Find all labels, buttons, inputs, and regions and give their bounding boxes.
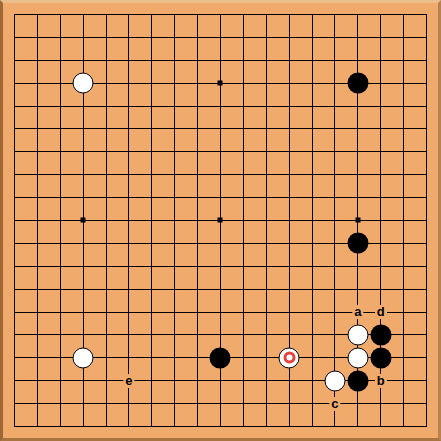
- intersection-18-8[interactable]: [392, 163, 415, 186]
- intersection-1-10[interactable]: [3, 209, 26, 232]
- intersection-17-8[interactable]: [369, 163, 392, 186]
- intersection-1-3[interactable]: [3, 49, 26, 72]
- intersection-6-11[interactable]: [117, 232, 140, 255]
- intersection-12-8[interactable]: [255, 163, 278, 186]
- intersection-4-10[interactable]: [72, 209, 95, 232]
- intersection-5-10[interactable]: [95, 209, 118, 232]
- intersection-7-4[interactable]: [140, 72, 163, 95]
- intersection-13-13[interactable]: [278, 278, 301, 301]
- intersection-7-3[interactable]: [140, 49, 163, 72]
- intersection-9-13[interactable]: [186, 278, 209, 301]
- intersection-3-4[interactable]: [49, 72, 72, 95]
- intersection-15-9[interactable]: [324, 186, 347, 209]
- intersection-11-5[interactable]: [232, 95, 255, 118]
- intersection-2-19[interactable]: [26, 415, 49, 438]
- intersection-3-3[interactable]: [49, 49, 72, 72]
- intersection-11-14[interactable]: [232, 301, 255, 324]
- intersection-6-1[interactable]: [117, 3, 140, 26]
- intersection-17-3[interactable]: [369, 49, 392, 72]
- intersection-7-1[interactable]: [140, 3, 163, 26]
- intersection-10-13[interactable]: [209, 278, 232, 301]
- intersection-8-4[interactable]: [163, 72, 186, 95]
- intersection-19-5[interactable]: [415, 95, 438, 118]
- intersection-7-5[interactable]: [140, 95, 163, 118]
- intersection-7-12[interactable]: [140, 255, 163, 278]
- intersection-13-6[interactable]: [278, 117, 301, 140]
- intersection-18-16[interactable]: [392, 346, 415, 369]
- intersection-1-17[interactable]: [3, 369, 26, 392]
- intersection-7-10[interactable]: [140, 209, 163, 232]
- intersection-8-9[interactable]: [163, 186, 186, 209]
- intersection-4-8[interactable]: [72, 163, 95, 186]
- intersection-4-18[interactable]: [72, 392, 95, 415]
- intersection-10-3[interactable]: [209, 49, 232, 72]
- intersection-3-12[interactable]: [49, 255, 72, 278]
- intersection-16-10[interactable]: [346, 209, 369, 232]
- intersection-5-2[interactable]: [95, 26, 118, 49]
- intersection-9-7[interactable]: [186, 140, 209, 163]
- intersection-7-15[interactable]: [140, 324, 163, 347]
- intersection-5-13[interactable]: [95, 278, 118, 301]
- intersection-9-17[interactable]: [186, 369, 209, 392]
- intersection-12-4[interactable]: [255, 72, 278, 95]
- intersection-11-8[interactable]: [232, 163, 255, 186]
- intersection-18-19[interactable]: [392, 415, 415, 438]
- intersection-2-12[interactable]: [26, 255, 49, 278]
- intersection-16-13[interactable]: [346, 278, 369, 301]
- intersection-1-4[interactable]: [3, 72, 26, 95]
- intersection-13-8[interactable]: [278, 163, 301, 186]
- intersection-6-5[interactable]: [117, 95, 140, 118]
- intersection-5-17[interactable]: [95, 369, 118, 392]
- intersection-12-17[interactable]: [255, 369, 278, 392]
- intersection-14-17[interactable]: [301, 369, 324, 392]
- intersection-13-3[interactable]: [278, 49, 301, 72]
- intersection-11-17[interactable]: [232, 369, 255, 392]
- intersection-13-12[interactable]: [278, 255, 301, 278]
- intersection-4-3[interactable]: [72, 49, 95, 72]
- intersection-15-17[interactable]: [324, 369, 347, 392]
- intersection-1-12[interactable]: [3, 255, 26, 278]
- intersection-17-16[interactable]: [369, 346, 392, 369]
- intersection-5-18[interactable]: [95, 392, 118, 415]
- intersection-6-13[interactable]: [117, 278, 140, 301]
- intersection-3-16[interactable]: [49, 346, 72, 369]
- intersection-12-1[interactable]: [255, 3, 278, 26]
- intersection-17-17[interactable]: b: [369, 369, 392, 392]
- intersection-15-14[interactable]: [324, 301, 347, 324]
- intersection-2-6[interactable]: [26, 117, 49, 140]
- intersection-15-1[interactable]: [324, 3, 347, 26]
- intersection-12-13[interactable]: [255, 278, 278, 301]
- intersection-10-14[interactable]: [209, 301, 232, 324]
- intersection-2-5[interactable]: [26, 95, 49, 118]
- intersection-17-14[interactable]: d: [369, 301, 392, 324]
- intersection-3-6[interactable]: [49, 117, 72, 140]
- intersection-2-3[interactable]: [26, 49, 49, 72]
- intersection-17-1[interactable]: [369, 3, 392, 26]
- intersection-5-8[interactable]: [95, 163, 118, 186]
- intersection-11-13[interactable]: [232, 278, 255, 301]
- intersection-12-12[interactable]: [255, 255, 278, 278]
- intersection-15-11[interactable]: [324, 232, 347, 255]
- intersection-3-7[interactable]: [49, 140, 72, 163]
- intersection-16-12[interactable]: [346, 255, 369, 278]
- intersection-5-6[interactable]: [95, 117, 118, 140]
- intersection-9-18[interactable]: [186, 392, 209, 415]
- intersection-9-19[interactable]: [186, 415, 209, 438]
- intersection-11-3[interactable]: [232, 49, 255, 72]
- intersection-2-15[interactable]: [26, 324, 49, 347]
- intersection-15-2[interactable]: [324, 26, 347, 49]
- intersection-16-19[interactable]: [346, 415, 369, 438]
- intersection-14-18[interactable]: [301, 392, 324, 415]
- intersection-9-4[interactable]: [186, 72, 209, 95]
- intersection-7-19[interactable]: [140, 415, 163, 438]
- intersection-7-2[interactable]: [140, 26, 163, 49]
- intersection-19-3[interactable]: [415, 49, 438, 72]
- intersection-15-10[interactable]: [324, 209, 347, 232]
- intersection-17-6[interactable]: [369, 117, 392, 140]
- intersection-8-13[interactable]: [163, 278, 186, 301]
- intersection-8-3[interactable]: [163, 49, 186, 72]
- intersection-17-10[interactable]: [369, 209, 392, 232]
- intersection-14-16[interactable]: [301, 346, 324, 369]
- intersection-6-9[interactable]: [117, 186, 140, 209]
- intersection-13-14[interactable]: [278, 301, 301, 324]
- intersection-17-2[interactable]: [369, 26, 392, 49]
- intersection-19-10[interactable]: [415, 209, 438, 232]
- intersection-16-4[interactable]: [346, 72, 369, 95]
- intersection-10-10[interactable]: [209, 209, 232, 232]
- intersection-3-15[interactable]: [49, 324, 72, 347]
- intersection-6-19[interactable]: [117, 415, 140, 438]
- intersection-9-5[interactable]: [186, 95, 209, 118]
- intersection-3-5[interactable]: [49, 95, 72, 118]
- intersection-16-14[interactable]: a: [346, 301, 369, 324]
- intersection-6-2[interactable]: [117, 26, 140, 49]
- intersection-12-16[interactable]: [255, 346, 278, 369]
- intersection-8-12[interactable]: [163, 255, 186, 278]
- intersection-9-15[interactable]: [186, 324, 209, 347]
- intersection-6-10[interactable]: [117, 209, 140, 232]
- intersection-4-9[interactable]: [72, 186, 95, 209]
- intersection-5-16[interactable]: [95, 346, 118, 369]
- intersection-1-7[interactable]: [3, 140, 26, 163]
- intersection-10-8[interactable]: [209, 163, 232, 186]
- intersection-19-15[interactable]: [415, 324, 438, 347]
- intersection-18-9[interactable]: [392, 186, 415, 209]
- intersection-8-5[interactable]: [163, 95, 186, 118]
- intersection-15-5[interactable]: [324, 95, 347, 118]
- intersection-11-1[interactable]: [232, 3, 255, 26]
- intersection-14-2[interactable]: [301, 26, 324, 49]
- intersection-13-5[interactable]: [278, 95, 301, 118]
- intersection-17-12[interactable]: [369, 255, 392, 278]
- intersection-11-16[interactable]: [232, 346, 255, 369]
- intersection-9-8[interactable]: [186, 163, 209, 186]
- intersection-2-16[interactable]: [26, 346, 49, 369]
- intersection-3-2[interactable]: [49, 26, 72, 49]
- intersection-8-15[interactable]: [163, 324, 186, 347]
- intersection-14-1[interactable]: [301, 3, 324, 26]
- intersection-15-12[interactable]: [324, 255, 347, 278]
- intersection-3-8[interactable]: [49, 163, 72, 186]
- intersection-18-14[interactable]: [392, 301, 415, 324]
- intersection-14-14[interactable]: [301, 301, 324, 324]
- intersection-11-10[interactable]: [232, 209, 255, 232]
- intersection-7-13[interactable]: [140, 278, 163, 301]
- intersection-15-13[interactable]: [324, 278, 347, 301]
- intersection-15-4[interactable]: [324, 72, 347, 95]
- intersection-2-14[interactable]: [26, 301, 49, 324]
- intersection-10-2[interactable]: [209, 26, 232, 49]
- intersection-9-14[interactable]: [186, 301, 209, 324]
- intersection-4-1[interactable]: [72, 3, 95, 26]
- intersection-11-2[interactable]: [232, 26, 255, 49]
- intersection-19-7[interactable]: [415, 140, 438, 163]
- intersection-8-6[interactable]: [163, 117, 186, 140]
- intersection-10-16[interactable]: [209, 346, 232, 369]
- intersection-8-8[interactable]: [163, 163, 186, 186]
- intersection-6-4[interactable]: [117, 72, 140, 95]
- intersection-13-11[interactable]: [278, 232, 301, 255]
- intersection-16-16[interactable]: [346, 346, 369, 369]
- intersection-6-17[interactable]: e: [117, 369, 140, 392]
- intersection-1-2[interactable]: [3, 26, 26, 49]
- intersection-1-16[interactable]: [3, 346, 26, 369]
- intersection-4-13[interactable]: [72, 278, 95, 301]
- intersection-16-18[interactable]: [346, 392, 369, 415]
- intersection-12-9[interactable]: [255, 186, 278, 209]
- intersection-12-6[interactable]: [255, 117, 278, 140]
- intersection-9-11[interactable]: [186, 232, 209, 255]
- intersection-16-7[interactable]: [346, 140, 369, 163]
- intersection-19-2[interactable]: [415, 26, 438, 49]
- intersection-14-7[interactable]: [301, 140, 324, 163]
- intersection-11-15[interactable]: [232, 324, 255, 347]
- intersection-10-17[interactable]: [209, 369, 232, 392]
- intersection-19-6[interactable]: [415, 117, 438, 140]
- intersection-9-1[interactable]: [186, 3, 209, 26]
- intersection-18-3[interactable]: [392, 49, 415, 72]
- intersection-11-6[interactable]: [232, 117, 255, 140]
- intersection-17-19[interactable]: [369, 415, 392, 438]
- intersection-13-9[interactable]: [278, 186, 301, 209]
- intersection-10-12[interactable]: [209, 255, 232, 278]
- intersection-6-18[interactable]: [117, 392, 140, 415]
- intersection-17-13[interactable]: [369, 278, 392, 301]
- intersection-14-8[interactable]: [301, 163, 324, 186]
- intersection-18-1[interactable]: [392, 3, 415, 26]
- intersection-4-14[interactable]: [72, 301, 95, 324]
- intersection-15-18[interactable]: c: [324, 392, 347, 415]
- intersection-7-17[interactable]: [140, 369, 163, 392]
- intersection-5-12[interactable]: [95, 255, 118, 278]
- intersection-7-18[interactable]: [140, 392, 163, 415]
- intersection-14-3[interactable]: [301, 49, 324, 72]
- intersection-19-11[interactable]: [415, 232, 438, 255]
- intersection-19-17[interactable]: [415, 369, 438, 392]
- intersection-13-10[interactable]: [278, 209, 301, 232]
- intersection-13-16[interactable]: [278, 346, 301, 369]
- intersection-10-11[interactable]: [209, 232, 232, 255]
- intersection-4-19[interactable]: [72, 415, 95, 438]
- intersection-9-9[interactable]: [186, 186, 209, 209]
- intersection-18-17[interactable]: [392, 369, 415, 392]
- intersection-6-14[interactable]: [117, 301, 140, 324]
- intersection-2-13[interactable]: [26, 278, 49, 301]
- intersection-14-9[interactable]: [301, 186, 324, 209]
- intersection-19-4[interactable]: [415, 72, 438, 95]
- intersection-1-18[interactable]: [3, 392, 26, 415]
- intersection-8-18[interactable]: [163, 392, 186, 415]
- intersection-1-9[interactable]: [3, 186, 26, 209]
- intersection-19-13[interactable]: [415, 278, 438, 301]
- intersection-19-1[interactable]: [415, 3, 438, 26]
- intersection-10-18[interactable]: [209, 392, 232, 415]
- intersection-14-4[interactable]: [301, 72, 324, 95]
- intersection-18-12[interactable]: [392, 255, 415, 278]
- intersection-14-10[interactable]: [301, 209, 324, 232]
- intersection-18-11[interactable]: [392, 232, 415, 255]
- intersection-15-7[interactable]: [324, 140, 347, 163]
- intersection-3-14[interactable]: [49, 301, 72, 324]
- intersection-1-11[interactable]: [3, 232, 26, 255]
- intersection-2-2[interactable]: [26, 26, 49, 49]
- intersection-1-14[interactable]: [3, 301, 26, 324]
- intersection-7-7[interactable]: [140, 140, 163, 163]
- intersection-19-12[interactable]: [415, 255, 438, 278]
- intersection-19-18[interactable]: [415, 392, 438, 415]
- intersection-14-11[interactable]: [301, 232, 324, 255]
- intersection-3-13[interactable]: [49, 278, 72, 301]
- intersection-19-16[interactable]: [415, 346, 438, 369]
- intersection-18-15[interactable]: [392, 324, 415, 347]
- intersection-17-15[interactable]: [369, 324, 392, 347]
- intersection-16-2[interactable]: [346, 26, 369, 49]
- intersection-8-19[interactable]: [163, 415, 186, 438]
- intersection-6-7[interactable]: [117, 140, 140, 163]
- intersection-13-19[interactable]: [278, 415, 301, 438]
- intersection-19-19[interactable]: [415, 415, 438, 438]
- intersection-11-4[interactable]: [232, 72, 255, 95]
- intersection-14-15[interactable]: [301, 324, 324, 347]
- intersection-3-17[interactable]: [49, 369, 72, 392]
- intersection-4-5[interactable]: [72, 95, 95, 118]
- intersection-16-1[interactable]: [346, 3, 369, 26]
- intersection-8-16[interactable]: [163, 346, 186, 369]
- intersection-9-3[interactable]: [186, 49, 209, 72]
- intersection-6-6[interactable]: [117, 117, 140, 140]
- intersection-14-5[interactable]: [301, 95, 324, 118]
- intersection-8-14[interactable]: [163, 301, 186, 324]
- intersection-15-6[interactable]: [324, 117, 347, 140]
- intersection-18-4[interactable]: [392, 72, 415, 95]
- intersection-1-1[interactable]: [3, 3, 26, 26]
- intersection-2-8[interactable]: [26, 163, 49, 186]
- intersection-7-8[interactable]: [140, 163, 163, 186]
- intersection-9-10[interactable]: [186, 209, 209, 232]
- intersection-6-3[interactable]: [117, 49, 140, 72]
- intersection-11-12[interactable]: [232, 255, 255, 278]
- intersection-5-7[interactable]: [95, 140, 118, 163]
- intersection-10-1[interactable]: [209, 3, 232, 26]
- intersection-14-6[interactable]: [301, 117, 324, 140]
- intersection-10-19[interactable]: [209, 415, 232, 438]
- intersection-4-12[interactable]: [72, 255, 95, 278]
- intersection-17-5[interactable]: [369, 95, 392, 118]
- intersection-12-11[interactable]: [255, 232, 278, 255]
- intersection-16-3[interactable]: [346, 49, 369, 72]
- intersection-13-17[interactable]: [278, 369, 301, 392]
- intersection-12-15[interactable]: [255, 324, 278, 347]
- intersection-13-18[interactable]: [278, 392, 301, 415]
- intersection-13-2[interactable]: [278, 26, 301, 49]
- intersection-14-19[interactable]: [301, 415, 324, 438]
- intersection-1-8[interactable]: [3, 163, 26, 186]
- intersection-1-19[interactable]: [3, 415, 26, 438]
- intersection-2-18[interactable]: [26, 392, 49, 415]
- intersection-15-15[interactable]: [324, 324, 347, 347]
- intersection-4-4[interactable]: [72, 72, 95, 95]
- intersection-3-11[interactable]: [49, 232, 72, 255]
- intersection-10-5[interactable]: [209, 95, 232, 118]
- intersection-12-7[interactable]: [255, 140, 278, 163]
- intersection-10-9[interactable]: [209, 186, 232, 209]
- intersection-4-6[interactable]: [72, 117, 95, 140]
- intersection-1-13[interactable]: [3, 278, 26, 301]
- intersection-3-19[interactable]: [49, 415, 72, 438]
- intersection-2-10[interactable]: [26, 209, 49, 232]
- intersection-12-14[interactable]: [255, 301, 278, 324]
- intersection-2-17[interactable]: [26, 369, 49, 392]
- intersection-3-1[interactable]: [49, 3, 72, 26]
- intersection-2-7[interactable]: [26, 140, 49, 163]
- intersection-15-16[interactable]: [324, 346, 347, 369]
- intersection-14-13[interactable]: [301, 278, 324, 301]
- intersection-13-15[interactable]: [278, 324, 301, 347]
- intersection-7-11[interactable]: [140, 232, 163, 255]
- intersection-8-2[interactable]: [163, 26, 186, 49]
- intersection-17-9[interactable]: [369, 186, 392, 209]
- intersection-10-4[interactable]: [209, 72, 232, 95]
- intersection-19-9[interactable]: [415, 186, 438, 209]
- intersection-12-19[interactable]: [255, 415, 278, 438]
- intersection-8-10[interactable]: [163, 209, 186, 232]
- intersection-18-2[interactable]: [392, 26, 415, 49]
- intersection-7-9[interactable]: [140, 186, 163, 209]
- intersection-8-11[interactable]: [163, 232, 186, 255]
- intersection-10-15[interactable]: [209, 324, 232, 347]
- intersection-1-6[interactable]: [3, 117, 26, 140]
- intersection-4-2[interactable]: [72, 26, 95, 49]
- intersection-14-12[interactable]: [301, 255, 324, 278]
- intersection-8-7[interactable]: [163, 140, 186, 163]
- intersection-2-4[interactable]: [26, 72, 49, 95]
- intersection-15-19[interactable]: [324, 415, 347, 438]
- intersection-15-3[interactable]: [324, 49, 347, 72]
- intersection-9-2[interactable]: [186, 26, 209, 49]
- intersection-6-12[interactable]: [117, 255, 140, 278]
- intersection-2-1[interactable]: [26, 3, 49, 26]
- intersection-15-8[interactable]: [324, 163, 347, 186]
- intersection-16-11[interactable]: [346, 232, 369, 255]
- intersection-16-15[interactable]: [346, 324, 369, 347]
- intersection-6-8[interactable]: [117, 163, 140, 186]
- intersection-5-9[interactable]: [95, 186, 118, 209]
- intersection-11-7[interactable]: [232, 140, 255, 163]
